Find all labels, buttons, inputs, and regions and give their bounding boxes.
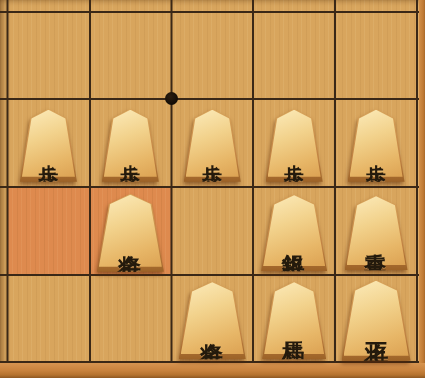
piece-pawn-47[interactable]: 歩兵 [102, 109, 159, 182]
piece-face [263, 195, 325, 266]
piece-body: 金将 [179, 281, 246, 359]
piece-face [22, 110, 75, 177]
piece-body: 金将 [97, 194, 164, 272]
board-frame-bottom [0, 363, 425, 378]
piece-face [344, 281, 409, 356]
piece-lance-18[interactable]: 香車 [345, 195, 408, 270]
piece-face [181, 282, 244, 354]
piece-face [268, 110, 321, 177]
piece-face [99, 195, 162, 267]
piece-gold-39[interactable]: 金将 [179, 281, 246, 359]
hoshi-star-point [165, 92, 178, 105]
piece-body: 銀将 [261, 194, 327, 271]
piece-body: 歩兵 [102, 109, 159, 182]
piece-face [186, 110, 239, 177]
piece-knight-29[interactable]: 桂馬 [262, 281, 326, 359]
piece-body: 桂馬 [262, 281, 326, 359]
board-frame-right [419, 0, 425, 378]
piece-body: 歩兵 [266, 109, 323, 182]
last-move-highlight-58[interactable] [8, 187, 90, 275]
piece-body: 王将 [342, 280, 411, 361]
piece-body: 香車 [345, 195, 408, 270]
piece-body: 歩兵 [184, 109, 241, 182]
piece-face [104, 110, 157, 177]
piece-face [350, 110, 403, 177]
piece-body: 歩兵 [20, 109, 77, 182]
piece-pawn-17[interactable]: 歩兵 [348, 109, 405, 182]
shogi-board[interactable]: 歩兵歩兵歩兵歩兵歩兵金将銀将香車金将桂馬王将 [0, 0, 425, 378]
piece-king-19[interactable]: 王将 [342, 280, 411, 361]
piece-pawn-37[interactable]: 歩兵 [184, 109, 241, 182]
piece-pawn-57[interactable]: 歩兵 [20, 109, 77, 182]
piece-face [264, 282, 324, 354]
piece-face [347, 196, 406, 265]
piece-pawn-27[interactable]: 歩兵 [266, 109, 323, 182]
piece-gold-48[interactable]: 金将 [97, 194, 164, 272]
piece-silver-28[interactable]: 銀将 [261, 194, 327, 271]
piece-body: 歩兵 [348, 109, 405, 182]
